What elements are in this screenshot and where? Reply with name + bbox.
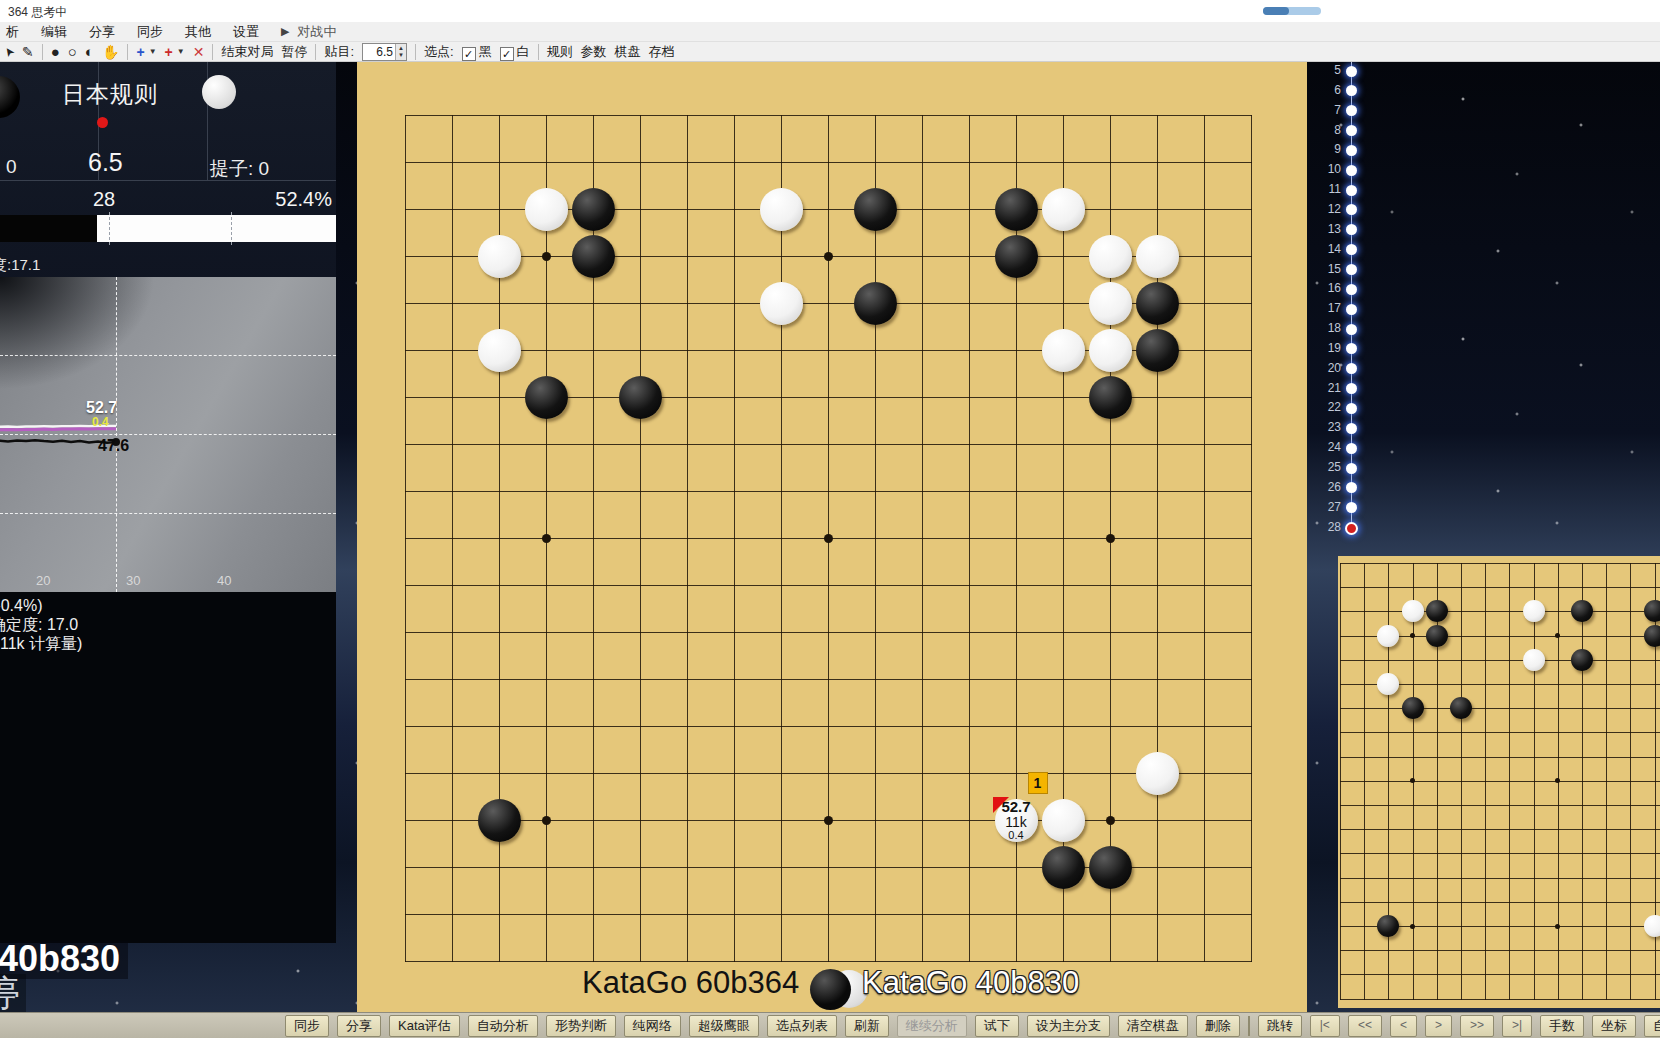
bottombar-button->[interactable]: > (1425, 1015, 1452, 1037)
move-node-5[interactable] (1346, 66, 1357, 77)
bottombar-button->|[interactable]: >| (1502, 1015, 1532, 1037)
black-stone (854, 188, 897, 231)
menu-item-分享[interactable]: 分享 (89, 23, 115, 41)
menu-item-其他[interactable]: 其他 (185, 23, 211, 41)
black-stone (1136, 329, 1179, 372)
black-stone (1377, 915, 1399, 937)
candidates-label: 选点: (424, 43, 454, 61)
move-number-10[interactable]: 10 (1311, 162, 1341, 176)
white-stone (1136, 235, 1179, 278)
move-node-27[interactable] (1346, 502, 1357, 513)
move-number-13[interactable]: 13 (1311, 222, 1341, 236)
score-delta-line: (-0.4%) (0, 596, 336, 615)
komi-value[interactable]: 6.5 (363, 45, 395, 59)
winrate-curves (0, 277, 336, 592)
winrate-bar-tick (231, 212, 232, 245)
chevron-down-icon[interactable]: ▼ (177, 47, 185, 56)
black-stone (995, 188, 1038, 231)
play-icon: ▶ (281, 25, 289, 38)
bottombar-button-<<[interactable]: << (1348, 1015, 1382, 1037)
move-number-22[interactable]: 22 (1311, 400, 1341, 414)
black-stone (1644, 600, 1660, 622)
bottombar-button-选点列表[interactable]: 选点列表 (767, 1015, 837, 1037)
move-node-23[interactable] (1346, 423, 1357, 434)
move-node-17[interactable] (1346, 304, 1357, 315)
spin-up-icon[interactable]: ▲ (396, 45, 406, 52)
move-node-19[interactable] (1346, 343, 1357, 354)
star-point (1555, 778, 1560, 783)
move-node-13[interactable] (1346, 224, 1357, 235)
black-stone (619, 376, 662, 419)
black-player-stone-icon (0, 76, 20, 118)
bottombar-button-跳转[interactable]: 跳转 (1258, 1015, 1302, 1037)
star-point (824, 252, 833, 261)
titlebar-slider-handle[interactable] (1263, 7, 1289, 15)
candidates-black-checkbox[interactable]: ✓黑 (462, 43, 492, 61)
black-stone (1571, 600, 1593, 622)
cursor-tool-icon[interactable]: ➤ (0, 42, 19, 61)
bottombar-button-清空棋盘[interactable]: 清空棋盘 (1118, 1015, 1188, 1037)
bottombar-button-设为主分支[interactable]: 设为主分支 (1027, 1015, 1110, 1037)
star-point (542, 816, 551, 825)
bottombar-button-继续分析: 继续分析 (897, 1015, 967, 1037)
bottombar-button-刷新[interactable]: 刷新 (845, 1015, 889, 1037)
move-number-26[interactable]: 26 (1311, 480, 1341, 494)
move-number-8[interactable]: 8 (1311, 123, 1341, 137)
black-stone (1042, 846, 1085, 889)
black-stone (478, 799, 521, 842)
archive-button[interactable]: 存档 (649, 43, 675, 61)
black-stone (1402, 697, 1424, 719)
pause-overlay-label: 停 (0, 974, 26, 1014)
window-title: 364 思考中 (8, 4, 67, 21)
move-node-26[interactable] (1346, 482, 1357, 493)
move-number-19[interactable]: 19 (1311, 341, 1341, 355)
move-node-15[interactable] (1346, 264, 1357, 275)
pause-button[interactable]: 暂停 (281, 43, 307, 61)
move-number-7[interactable]: 7 (1311, 103, 1341, 117)
hand-tool-icon[interactable]: ✋ (102, 43, 119, 61)
go-board[interactable]: 52.7 11k 0.4 1 (405, 115, 1252, 962)
bottombar-button-Kata评估[interactable]: Kata评估 (389, 1015, 460, 1037)
move-list[interactable]: 5678910111213141516171819202122232425262… (1307, 62, 1397, 562)
move-number-5[interactable]: 5 (1311, 63, 1341, 77)
white-stone (1089, 282, 1132, 325)
star-point (1410, 633, 1415, 638)
white-stone: 52.7 11k 0.4 1 (995, 799, 1038, 842)
bottombar-button-同步[interactable]: 同步 (285, 1015, 329, 1037)
white-stone (1377, 625, 1399, 647)
menu-item-析[interactable]: 析 (6, 23, 19, 41)
score-lead-label: 0.4 (92, 415, 109, 429)
bottombar-button-手数[interactable]: 手数 (1540, 1015, 1584, 1037)
move-node-12[interactable] (1346, 204, 1357, 215)
x-tick-40: 40 (217, 573, 231, 588)
game-mode-label: 对战中 (297, 23, 336, 41)
star-point (1106, 534, 1115, 543)
toolbar-separator (127, 44, 128, 60)
certainty-line: 确定度: 17.0 (0, 615, 336, 634)
winrate-bar-black (0, 215, 97, 242)
black-stone (854, 282, 897, 325)
white-stone-tool-icon[interactable]: ○ (68, 43, 77, 61)
white-stone (1644, 915, 1660, 937)
move-number-21[interactable]: 21 (1311, 381, 1341, 395)
move-node-25[interactable] (1346, 463, 1357, 474)
black-stone (1450, 697, 1472, 719)
menu-item-编辑[interactable]: 编辑 (41, 23, 67, 41)
checkbox-checked-icon[interactable]: ✓ (462, 47, 476, 61)
black-stone (1136, 282, 1179, 325)
bottombar-button-超级鹰眼[interactable]: 超级鹰眼 (689, 1015, 759, 1037)
visits-line: 11k 计算量) (0, 634, 336, 653)
move-node-8[interactable] (1346, 125, 1357, 136)
checkbox-checked-icon[interactable]: ✓ (500, 47, 514, 61)
overlay-visits: 11k (1005, 815, 1027, 829)
alternate-stone-tool-icon[interactable]: ◐ (85, 43, 94, 61)
pencil-tool-icon[interactable]: ✎ (22, 43, 34, 61)
move-number-25[interactable]: 25 (1311, 460, 1341, 474)
star-point (1555, 924, 1560, 929)
black-stone (572, 188, 615, 231)
rules-button[interactable]: 规则 (547, 43, 573, 61)
overlay-score: 0.4 (1008, 830, 1023, 841)
bottombar-button-自动分析[interactable]: 自动分析 (468, 1015, 538, 1037)
move-number-12[interactable]: 12 (1311, 202, 1341, 216)
white-stone (760, 188, 803, 231)
toolbar-separator (538, 44, 539, 60)
black-engine-stone-icon (810, 969, 851, 1010)
move-rank-badge: 1 (1028, 772, 1048, 794)
board-button[interactable]: 棋盘 (615, 43, 641, 61)
captures-label: 提子: 0 (210, 156, 269, 182)
candidates-white-checkbox[interactable]: ✓白 (500, 43, 530, 61)
bottombar-button-试下[interactable]: 试下 (975, 1015, 1019, 1037)
bottombar-button-纯网络[interactable]: 纯网络 (624, 1015, 681, 1037)
move-node-21[interactable] (1346, 383, 1357, 394)
black-winrate-label: 47.6 (98, 437, 129, 455)
analysis-info-block: (-0.4%) 确定度: 17.0 11k 计算量) (0, 592, 336, 943)
move-node-9[interactable] (1346, 145, 1357, 156)
black-stone (1426, 600, 1448, 622)
white-stone (1136, 752, 1179, 795)
move-node-10[interactable] (1346, 165, 1357, 176)
bottombar-button->>[interactable]: >> (1460, 1015, 1494, 1037)
bottombar-button-形势判断[interactable]: 形势判断 (546, 1015, 616, 1037)
analysis-panel: 日本规则 0 6.5 提子: 0 28 52.4% 度:17.1 52.7 0.… (0, 62, 336, 943)
move-number-14[interactable]: 14 (1311, 242, 1341, 256)
jump-move-input[interactable] (1248, 1016, 1250, 1036)
last-move-flag-icon (993, 797, 1009, 813)
black-stone (1644, 625, 1660, 647)
komi-spin-buttons[interactable]: ▲▼ (395, 44, 406, 60)
toolbar-separator (42, 44, 43, 60)
move-node-24[interactable] (1346, 443, 1357, 454)
white-stone (1042, 799, 1085, 842)
move-node-6[interactable] (1346, 85, 1357, 96)
bottombar-button-<[interactable]: < (1390, 1015, 1417, 1037)
spin-down-icon[interactable]: ▼ (396, 52, 406, 59)
move-number-11[interactable]: 11 (1311, 182, 1341, 196)
white-stone (1089, 329, 1132, 372)
window-titlebar: 364 思考中 (0, 0, 1660, 23)
white-stone (1042, 188, 1085, 231)
params-button[interactable]: 参数 (581, 43, 607, 61)
move-node-16[interactable] (1346, 284, 1357, 295)
move-node-20[interactable] (1346, 363, 1357, 374)
white-stone (1402, 600, 1424, 622)
winrate-bar-tick (109, 212, 110, 245)
komi-label: 贴目: (324, 43, 354, 61)
bottombar-button-删除[interactable]: 删除 (1196, 1015, 1240, 1037)
black-stone (995, 235, 1038, 278)
toolbar: ➤ ✎ ● ○ ◐ ✋ +▼ +▼ ✕ 结束对局 暂停 贴目: 6.5 ▲▼ 选… (0, 42, 1660, 62)
black-stone (1426, 625, 1448, 647)
menu-items: 析编辑分享同步其他设置 (6, 23, 259, 41)
current-move-node[interactable] (1345, 522, 1358, 535)
titlebar-slider[interactable] (1263, 7, 1321, 15)
bottombar-button-|<[interactable]: |< (1310, 1015, 1340, 1037)
white-stone (1523, 649, 1545, 671)
bottombar-button-分享[interactable]: 分享 (337, 1015, 381, 1037)
bottom-toolbar: 同步分享Kata评估自动分析形势判断纯网络超级鹰眼选点列表刷新继续分析试下设为主… (0, 1012, 1660, 1038)
move-number-27[interactable]: 27 (1311, 500, 1341, 514)
move-number-23[interactable]: 23 (1311, 420, 1341, 434)
x-tick-20: 20 (36, 573, 50, 588)
black-stone (572, 235, 615, 278)
move-node-18[interactable] (1346, 324, 1357, 335)
black-stone (525, 376, 568, 419)
black-engine-name: KataGo 60b364 (582, 965, 799, 1001)
move-number-9[interactable]: 9 (1311, 142, 1341, 156)
star-point (824, 816, 833, 825)
white-player-stone-icon (202, 75, 236, 109)
white-stone (478, 329, 521, 372)
toolbar-separator (415, 44, 416, 60)
end-game-button[interactable]: 结束对局 (221, 43, 273, 61)
black-stone-tool-icon[interactable]: ● (51, 43, 60, 61)
toolbar-separator (315, 44, 316, 60)
white-stone (525, 188, 568, 231)
move-node-14[interactable] (1346, 244, 1357, 255)
certainty-readout: 度:17.1 (0, 256, 40, 275)
move-node-11[interactable] (1346, 185, 1357, 196)
move-number-16[interactable]: 16 (1311, 281, 1341, 295)
white-winrate: 52.4% (275, 188, 332, 211)
move-node-7[interactable] (1346, 105, 1357, 116)
chevron-down-icon[interactable]: ▼ (149, 47, 157, 56)
delete-marker-tool-icon[interactable]: ✕ (193, 43, 205, 61)
menu-item-设置[interactable]: 设置 (233, 23, 259, 41)
white-stone (478, 235, 521, 278)
komi-spinner[interactable]: 6.5 ▲▼ (362, 43, 407, 61)
menubar: 析编辑分享同步其他设置 ▶ 对战中 (0, 22, 1660, 42)
x-tick-30: 30 (126, 573, 140, 588)
white-stone (1523, 600, 1545, 622)
blue-marker-tool-icon[interactable]: + (136, 43, 144, 61)
white-stone (760, 282, 803, 325)
mini-go-board[interactable] (1340, 563, 1660, 1000)
rules-name: 日本规则 (62, 79, 158, 110)
star-point (824, 534, 833, 543)
winrate-graph: 52.7 0.4 47.6 20 30 40 (0, 277, 336, 592)
white-stone (1377, 673, 1399, 695)
black-captures: 0 (6, 156, 17, 178)
white-stone (1089, 235, 1132, 278)
komi-display: 6.5 (88, 148, 123, 177)
move-number-18[interactable]: 18 (1311, 321, 1341, 335)
move-number-28[interactable]: 28 (1311, 520, 1341, 534)
main-board-panel: 52.7 11k 0.4 1 KataGo 60b364 KataGo 40b8… (357, 62, 1307, 1012)
move-number-15[interactable]: 15 (1311, 262, 1341, 276)
winrate-bar (0, 215, 336, 242)
menu-item-同步[interactable]: 同步 (137, 23, 163, 41)
black-stone (1571, 649, 1593, 671)
star-point (1555, 633, 1560, 638)
move-number-17[interactable]: 17 (1311, 301, 1341, 315)
white-engine-name: KataGo 40b830 (862, 965, 1079, 1001)
move-number-24[interactable]: 24 (1311, 440, 1341, 454)
star-point (542, 252, 551, 261)
panel-divider (0, 180, 336, 181)
move-number-20[interactable]: 20 (1311, 361, 1341, 375)
bottombar-button-自动播放[interactable]: 自动播放 (1644, 1015, 1660, 1037)
star-point (1410, 778, 1415, 783)
star-point (1410, 924, 1415, 929)
black-stone (1089, 846, 1132, 889)
turn-indicator-dot (97, 117, 108, 128)
toolbar-separator (212, 44, 213, 60)
red-marker-tool-icon[interactable]: + (165, 43, 173, 61)
star-point (1106, 816, 1115, 825)
black-stone (1089, 376, 1132, 419)
move-node-22[interactable] (1346, 403, 1357, 414)
bottombar-button-坐标[interactable]: 坐标 (1592, 1015, 1636, 1037)
white-stone (1042, 329, 1085, 372)
move-number: 28 (93, 188, 115, 211)
move-number-6[interactable]: 6 (1311, 83, 1341, 97)
star-point (542, 534, 551, 543)
mini-board-panel (1338, 556, 1660, 1008)
